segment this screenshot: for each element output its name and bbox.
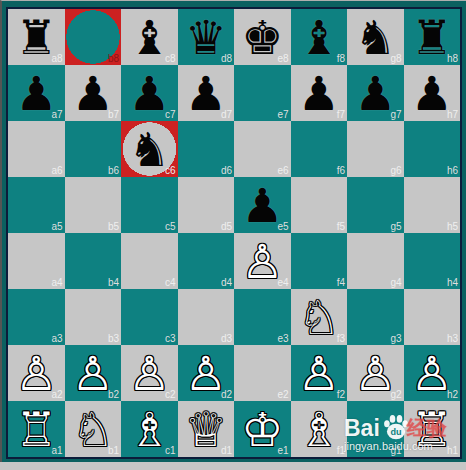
square-d4[interactable]: d4 bbox=[178, 233, 235, 289]
square-a2[interactable]: ♙a2 bbox=[8, 345, 65, 401]
coord-label-e4: e4 bbox=[277, 278, 288, 288]
square-e2[interactable]: e2 bbox=[234, 345, 291, 401]
coord-label-e7: e7 bbox=[277, 110, 288, 120]
coord-label-a8: a8 bbox=[51, 54, 62, 64]
square-e7[interactable]: e7 bbox=[234, 65, 291, 121]
square-a1[interactable]: ♖a1 bbox=[8, 401, 65, 457]
chess-app-window: ♜a8b8♝c8♛d8♚e8♝f8♞g8♜h8♟a7♟b7♟c7♟d7e7♟f7… bbox=[0, 0, 466, 470]
coord-label-e3: e3 bbox=[277, 334, 288, 344]
square-f8[interactable]: ♝f8 bbox=[291, 9, 348, 65]
square-h6[interactable]: h6 bbox=[404, 121, 461, 177]
square-b5[interactable]: b5 bbox=[65, 177, 122, 233]
coord-label-f8: f8 bbox=[337, 54, 345, 64]
coord-label-b4: b4 bbox=[108, 278, 119, 288]
coord-label-c6: c6 bbox=[165, 166, 176, 176]
square-f2[interactable]: ♙f2 bbox=[291, 345, 348, 401]
square-b1[interactable]: ♘b1 bbox=[65, 401, 122, 457]
coord-label-a6: a6 bbox=[51, 166, 62, 176]
square-e5[interactable]: ♟e5 bbox=[234, 177, 291, 233]
coord-label-b2: b2 bbox=[108, 390, 119, 400]
coord-label-g8: g8 bbox=[390, 54, 401, 64]
square-f7[interactable]: ♟f7 bbox=[291, 65, 348, 121]
square-g2[interactable]: ♙g2 bbox=[347, 345, 404, 401]
coord-label-c7: c7 bbox=[165, 110, 176, 120]
square-c2[interactable]: ♙c2 bbox=[121, 345, 178, 401]
square-d5[interactable]: d5 bbox=[178, 177, 235, 233]
square-b8[interactable]: b8 bbox=[65, 9, 122, 65]
square-c4[interactable]: c4 bbox=[121, 233, 178, 289]
square-d2[interactable]: ♙d2 bbox=[178, 345, 235, 401]
coord-label-c2: c2 bbox=[165, 390, 176, 400]
coord-label-h7: h7 bbox=[447, 110, 458, 120]
coord-label-e8: e8 bbox=[277, 54, 288, 64]
coord-label-e6: e6 bbox=[277, 166, 288, 176]
coord-label-b5: b5 bbox=[108, 222, 119, 232]
coord-label-d4: d4 bbox=[221, 278, 232, 288]
coord-label-e2: e2 bbox=[277, 390, 288, 400]
square-e4[interactable]: ♙e4 bbox=[234, 233, 291, 289]
square-a3[interactable]: a3 bbox=[8, 289, 65, 345]
coord-label-b7: b7 bbox=[108, 110, 119, 120]
square-d1[interactable]: ♕d1 bbox=[178, 401, 235, 457]
square-a6[interactable]: a6 bbox=[8, 121, 65, 177]
square-f6[interactable]: f6 bbox=[291, 121, 348, 177]
coord-label-c8: c8 bbox=[165, 54, 176, 64]
square-d6[interactable]: d6 bbox=[178, 121, 235, 177]
square-c7[interactable]: ♟c7 bbox=[121, 65, 178, 121]
coord-label-d5: d5 bbox=[221, 222, 232, 232]
coord-label-a3: a3 bbox=[51, 334, 62, 344]
square-f3[interactable]: ♘f3 bbox=[291, 289, 348, 345]
coord-label-g3: g3 bbox=[390, 334, 401, 344]
square-d7[interactable]: ♟d7 bbox=[178, 65, 235, 121]
square-g7[interactable]: ♟g7 bbox=[347, 65, 404, 121]
coord-label-f4: f4 bbox=[337, 278, 345, 288]
square-b7[interactable]: ♟b7 bbox=[65, 65, 122, 121]
coord-label-g7: g7 bbox=[390, 110, 401, 120]
coord-label-f1: f1 bbox=[337, 446, 345, 456]
coord-label-b1: b1 bbox=[108, 446, 119, 456]
coord-label-h4: h4 bbox=[447, 278, 458, 288]
coord-label-g5: g5 bbox=[390, 222, 401, 232]
square-g4[interactable]: g4 bbox=[347, 233, 404, 289]
coord-label-a4: a4 bbox=[51, 278, 62, 288]
square-d8[interactable]: ♛d8 bbox=[178, 9, 235, 65]
coord-label-d2: d2 bbox=[221, 390, 232, 400]
coord-label-d7: d7 bbox=[221, 110, 232, 120]
coord-label-a2: a2 bbox=[51, 390, 62, 400]
square-h2[interactable]: ♙h2 bbox=[404, 345, 461, 401]
coord-label-h8: h8 bbox=[447, 54, 458, 64]
coord-label-d3: d3 bbox=[221, 334, 232, 344]
square-a5[interactable]: a5 bbox=[8, 177, 65, 233]
square-c3[interactable]: c3 bbox=[121, 289, 178, 345]
coord-label-d1: d1 bbox=[221, 446, 232, 456]
square-h8[interactable]: ♜h8 bbox=[404, 9, 461, 65]
coord-label-b8: b8 bbox=[108, 54, 119, 64]
square-e6[interactable]: e6 bbox=[234, 121, 291, 177]
coord-label-f6: f6 bbox=[337, 166, 345, 176]
square-h5[interactable]: h5 bbox=[404, 177, 461, 233]
window-bottom-strip bbox=[0, 462, 466, 470]
square-d3[interactable]: d3 bbox=[178, 289, 235, 345]
square-f5[interactable]: f5 bbox=[291, 177, 348, 233]
square-h3[interactable]: h3 bbox=[404, 289, 461, 345]
square-b4[interactable]: b4 bbox=[65, 233, 122, 289]
square-f4[interactable]: f4 bbox=[291, 233, 348, 289]
coord-label-a7: a7 bbox=[51, 110, 62, 120]
coord-label-e5: e5 bbox=[277, 222, 288, 232]
coord-label-f5: f5 bbox=[337, 222, 345, 232]
coord-label-d8: d8 bbox=[221, 54, 232, 64]
coord-label-c4: c4 bbox=[165, 278, 176, 288]
coord-label-e1: e1 bbox=[277, 446, 288, 456]
square-g3[interactable]: g3 bbox=[347, 289, 404, 345]
square-g8[interactable]: ♞g8 bbox=[347, 9, 404, 65]
square-h7[interactable]: ♟h7 bbox=[404, 65, 461, 121]
coord-label-g6: g6 bbox=[390, 166, 401, 176]
square-c5[interactable]: c5 bbox=[121, 177, 178, 233]
coord-label-h3: h3 bbox=[447, 334, 458, 344]
coord-label-a1: a1 bbox=[51, 446, 62, 456]
coord-label-a5: a5 bbox=[51, 222, 62, 232]
coord-label-h2: h2 bbox=[447, 390, 458, 400]
coord-label-g2: g2 bbox=[390, 390, 401, 400]
square-a7[interactable]: ♟a7 bbox=[8, 65, 65, 121]
square-c1[interactable]: ♗c1 bbox=[121, 401, 178, 457]
square-c8[interactable]: ♝c8 bbox=[121, 9, 178, 65]
square-b2[interactable]: ♙b2 bbox=[65, 345, 122, 401]
square-e1[interactable]: ♔e1 bbox=[234, 401, 291, 457]
coord-label-g1: g1 bbox=[390, 446, 401, 456]
coord-label-h5: h5 bbox=[447, 222, 458, 232]
coord-label-g4: g4 bbox=[390, 278, 401, 288]
square-e3[interactable]: e3 bbox=[234, 289, 291, 345]
coord-label-b6: b6 bbox=[108, 166, 119, 176]
coord-label-c3: c3 bbox=[165, 334, 176, 344]
coord-label-c1: c1 bbox=[165, 446, 176, 456]
square-g5[interactable]: g5 bbox=[347, 177, 404, 233]
coord-label-f2: f2 bbox=[337, 390, 345, 400]
square-e8[interactable]: ♚e8 bbox=[234, 9, 291, 65]
chess-board: ♜a8b8♝c8♛d8♚e8♝f8♞g8♜h8♟a7♟b7♟c7♟d7e7♟f7… bbox=[6, 7, 462, 459]
coord-label-h6: h6 bbox=[447, 166, 458, 176]
square-g1[interactable]: g1 bbox=[347, 401, 404, 457]
coord-label-f7: f7 bbox=[337, 110, 345, 120]
coord-label-d6: d6 bbox=[221, 166, 232, 176]
square-g6[interactable]: g6 bbox=[347, 121, 404, 177]
square-b3[interactable]: b3 bbox=[65, 289, 122, 345]
square-b6[interactable]: b6 bbox=[65, 121, 122, 177]
square-c6[interactable]: ♞c6 bbox=[121, 121, 178, 177]
square-a4[interactable]: a4 bbox=[8, 233, 65, 289]
coord-label-h1: h1 bbox=[447, 446, 458, 456]
coord-label-b3: b3 bbox=[108, 334, 119, 344]
square-h4[interactable]: h4 bbox=[404, 233, 461, 289]
square-f1[interactable]: ♗f1 bbox=[291, 401, 348, 457]
coord-label-f3: f3 bbox=[337, 334, 345, 344]
coord-label-c5: c5 bbox=[165, 222, 176, 232]
square-h1[interactable]: ♖h1 bbox=[404, 401, 461, 457]
square-a8[interactable]: ♜a8 bbox=[8, 9, 65, 65]
